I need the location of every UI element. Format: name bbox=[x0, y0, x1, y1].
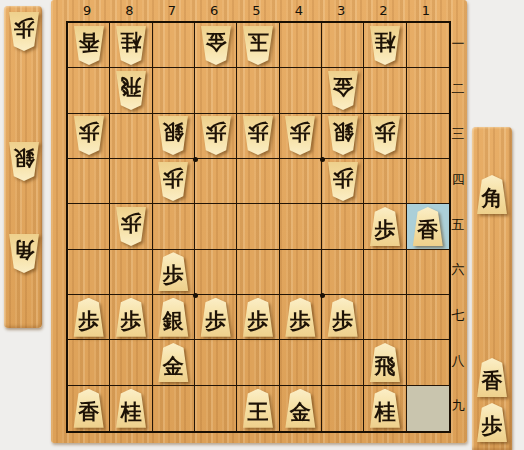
piece-kanji: 香 bbox=[78, 32, 99, 59]
piece-kanji: 歩 bbox=[14, 18, 35, 45]
piece-kanji: 歩 bbox=[374, 213, 395, 240]
piece-kanji: 金 bbox=[290, 395, 311, 422]
piece-kanji: 飛 bbox=[120, 77, 141, 104]
sente-pawn-87[interactable]: 歩 bbox=[114, 298, 148, 337]
square-6-1[interactable]: 金 bbox=[195, 23, 237, 68]
piece-kanji: 歩 bbox=[163, 258, 184, 285]
sente-rook-28[interactable]: 飛 bbox=[368, 343, 402, 382]
piece-body: 歩 bbox=[241, 298, 275, 337]
rank-label-7: 七 bbox=[449, 293, 467, 338]
square-4-7[interactable]: 歩 bbox=[280, 295, 322, 340]
piece-body: 銀 bbox=[326, 116, 360, 155]
square-5-9[interactable]: 王 bbox=[237, 386, 279, 431]
sente-silver-77[interactable]: 銀 bbox=[156, 298, 190, 337]
piece-kanji: 玉 bbox=[247, 32, 268, 59]
square-8-8[interactable] bbox=[110, 340, 152, 385]
piece-body: 香 bbox=[72, 389, 106, 428]
piece-body: 金 bbox=[199, 26, 233, 65]
square-2-9[interactable]: 桂 bbox=[364, 386, 406, 431]
square-6-5[interactable] bbox=[195, 204, 237, 249]
gote-knight-81[interactable]: 桂 bbox=[114, 26, 148, 65]
file-label-7: 7 bbox=[151, 1, 193, 19]
piece-body: 金 bbox=[283, 389, 317, 428]
piece-body: 歩 bbox=[156, 162, 190, 201]
gote-gold-61[interactable]: 金 bbox=[199, 26, 233, 65]
square-9-6[interactable] bbox=[68, 250, 110, 295]
piece-body: 歩 bbox=[326, 298, 360, 337]
piece-body: 飛 bbox=[114, 71, 148, 110]
square-6-6[interactable] bbox=[195, 250, 237, 295]
piece-kanji: 金 bbox=[163, 349, 184, 376]
piece-kanji: 歩 bbox=[332, 304, 353, 331]
square-4-4[interactable] bbox=[280, 159, 322, 204]
piece-kanji: 角 bbox=[482, 181, 503, 208]
piece-body: 香 bbox=[72, 26, 106, 65]
square-2-2[interactable] bbox=[364, 68, 406, 113]
square-9-5[interactable] bbox=[68, 204, 110, 249]
square-6-8[interactable] bbox=[195, 340, 237, 385]
piece-body: 歩 bbox=[326, 162, 360, 201]
sente-gold-78[interactable]: 金 bbox=[156, 343, 190, 382]
square-7-4[interactable]: 歩 bbox=[153, 159, 195, 204]
piece-body: 王 bbox=[241, 389, 275, 428]
square-7-6[interactable]: 歩 bbox=[153, 250, 195, 295]
piece-body: 銀 bbox=[156, 298, 190, 337]
square-7-5[interactable] bbox=[153, 204, 195, 249]
square-3-9[interactable] bbox=[322, 386, 364, 431]
piece-body: 桂 bbox=[114, 26, 148, 65]
square-7-1[interactable] bbox=[153, 23, 195, 68]
piece-kanji: 香 bbox=[417, 213, 438, 240]
square-3-2[interactable]: 金 bbox=[322, 68, 364, 113]
sente-hand-bishop[interactable]: 角 bbox=[475, 175, 509, 214]
square-9-3[interactable]: 歩 bbox=[68, 114, 110, 159]
gote-pawn-85[interactable]: 歩 bbox=[114, 207, 148, 246]
piece-kanji: 銀 bbox=[163, 122, 184, 149]
square-4-6[interactable] bbox=[280, 250, 322, 295]
piece-body: 歩 bbox=[199, 298, 233, 337]
sente-lance-99[interactable]: 香 bbox=[72, 389, 106, 428]
piece-body: 金 bbox=[326, 71, 360, 110]
square-5-8[interactable] bbox=[237, 340, 279, 385]
gote-gold-32[interactable]: 金 bbox=[326, 71, 360, 110]
piece-body: 歩 bbox=[283, 116, 317, 155]
square-5-3[interactable]: 歩 bbox=[237, 114, 279, 159]
piece-kanji: 飛 bbox=[374, 349, 395, 376]
piece-kanji: 桂 bbox=[374, 395, 395, 422]
square-5-5[interactable] bbox=[237, 204, 279, 249]
sente-pawn-76[interactable]: 歩 bbox=[156, 252, 190, 291]
square-3-8[interactable] bbox=[322, 340, 364, 385]
piece-kanji: 歩 bbox=[205, 304, 226, 331]
square-7-7[interactable]: 銀 bbox=[153, 295, 195, 340]
sente-king-59[interactable]: 王 bbox=[241, 389, 275, 428]
square-4-9[interactable]: 金 bbox=[280, 386, 322, 431]
piece-body: 歩 bbox=[241, 116, 275, 155]
sente-pawn-67[interactable]: 歩 bbox=[199, 298, 233, 337]
gote-silver-73[interactable]: 銀 bbox=[156, 116, 190, 155]
square-8-1[interactable]: 桂 bbox=[110, 23, 152, 68]
gote-hand-bishop[interactable]: 角 bbox=[7, 234, 41, 273]
gote-pawn-53[interactable]: 歩 bbox=[241, 116, 275, 155]
square-1-8[interactable] bbox=[407, 340, 449, 385]
square-2-7[interactable] bbox=[364, 295, 406, 340]
file-coordinate-labels: 987654321 bbox=[66, 1, 447, 19]
square-9-8[interactable] bbox=[68, 340, 110, 385]
piece-kanji: 角 bbox=[14, 240, 35, 267]
square-9-1[interactable]: 香 bbox=[68, 23, 110, 68]
sente-pawn-47[interactable]: 歩 bbox=[283, 298, 317, 337]
square-5-2[interactable] bbox=[237, 68, 279, 113]
piece-kanji: 歩 bbox=[247, 304, 268, 331]
square-2-4[interactable] bbox=[364, 159, 406, 204]
square-4-3[interactable]: 歩 bbox=[280, 114, 322, 159]
square-8-7[interactable]: 歩 bbox=[110, 295, 152, 340]
piece-body: 歩 bbox=[475, 403, 509, 442]
piece-kanji: 金 bbox=[205, 32, 226, 59]
square-4-1[interactable] bbox=[280, 23, 322, 68]
shogi-app: 歩銀角 987654321 香桂金玉桂飛金歩銀歩歩歩銀歩歩歩歩歩香歩歩歩銀歩歩歩… bbox=[0, 0, 524, 450]
gote-pawn-23[interactable]: 歩 bbox=[368, 116, 402, 155]
piece-kanji: 歩 bbox=[332, 168, 353, 195]
gote-king-51[interactable]: 玉 bbox=[241, 26, 275, 65]
square-7-9[interactable] bbox=[153, 386, 195, 431]
gote-pawn-34[interactable]: 歩 bbox=[326, 162, 360, 201]
piece-kanji: 桂 bbox=[374, 32, 395, 59]
rank-label-1: 一 bbox=[449, 21, 467, 66]
piece-kanji: 桂 bbox=[120, 32, 141, 59]
rank-label-2: 二 bbox=[449, 66, 467, 111]
file-label-9: 9 bbox=[66, 1, 108, 19]
square-9-2[interactable] bbox=[68, 68, 110, 113]
gote-pawn-43[interactable]: 歩 bbox=[283, 116, 317, 155]
piece-kanji: 歩 bbox=[290, 304, 311, 331]
piece-kanji: 銀 bbox=[14, 148, 35, 175]
sente-gold-49[interactable]: 金 bbox=[283, 389, 317, 428]
piece-body: 歩 bbox=[72, 298, 106, 337]
piece-body: 角 bbox=[7, 234, 41, 273]
piece-body: 銀 bbox=[7, 142, 41, 181]
square-6-2[interactable] bbox=[195, 68, 237, 113]
gote-hand-silver[interactable]: 銀 bbox=[7, 142, 41, 181]
square-8-2[interactable]: 飛 bbox=[110, 68, 152, 113]
piece-kanji: 歩 bbox=[120, 213, 141, 240]
gote-lance-91[interactable]: 香 bbox=[72, 26, 106, 65]
square-2-3[interactable]: 歩 bbox=[364, 114, 406, 159]
square-9-4[interactable] bbox=[68, 159, 110, 204]
piece-kanji: 歩 bbox=[247, 122, 268, 149]
piece-kanji: 歩 bbox=[205, 122, 226, 149]
square-1-3[interactable] bbox=[407, 114, 449, 159]
gote-hand-stand: 歩銀角 bbox=[4, 6, 42, 328]
piece-kanji: 金 bbox=[332, 77, 353, 104]
sente-lance-15[interactable]: 香 bbox=[411, 207, 445, 246]
square-8-5[interactable]: 歩 bbox=[110, 204, 152, 249]
rank-label-5: 五 bbox=[449, 202, 467, 247]
gote-pawn-93[interactable]: 歩 bbox=[72, 116, 106, 155]
file-label-5: 5 bbox=[235, 1, 277, 19]
star-point bbox=[320, 157, 325, 162]
rank-label-4: 四 bbox=[449, 157, 467, 202]
square-2-8[interactable]: 飛 bbox=[364, 340, 406, 385]
piece-body: 桂 bbox=[368, 26, 402, 65]
piece-body: 金 bbox=[156, 343, 190, 382]
rank-label-9: 九 bbox=[449, 384, 467, 429]
sente-pawn-25[interactable]: 歩 bbox=[368, 207, 402, 246]
piece-body: 桂 bbox=[114, 389, 148, 428]
piece-body: 歩 bbox=[283, 298, 317, 337]
sente-pawn-57[interactable]: 歩 bbox=[241, 298, 275, 337]
square-5-7[interactable]: 歩 bbox=[237, 295, 279, 340]
square-6-3[interactable]: 歩 bbox=[195, 114, 237, 159]
square-1-5[interactable]: 香 bbox=[407, 204, 449, 249]
piece-body: 歩 bbox=[114, 298, 148, 337]
square-7-2[interactable] bbox=[153, 68, 195, 113]
square-7-3[interactable]: 銀 bbox=[153, 114, 195, 159]
board-grid: 香桂金玉桂飛金歩銀歩歩歩銀歩歩歩歩歩香歩歩歩銀歩歩歩歩金飛香桂王金桂 bbox=[66, 21, 451, 433]
square-5-6[interactable] bbox=[237, 250, 279, 295]
square-6-9[interactable] bbox=[195, 386, 237, 431]
gote-pawn-63[interactable]: 歩 bbox=[199, 116, 233, 155]
file-label-8: 8 bbox=[108, 1, 150, 19]
gote-hand-pawn[interactable]: 歩 bbox=[7, 12, 41, 51]
square-7-8[interactable]: 金 bbox=[153, 340, 195, 385]
square-8-3[interactable] bbox=[110, 114, 152, 159]
piece-body: 歩 bbox=[72, 116, 106, 155]
rank-label-6: 六 bbox=[449, 248, 467, 293]
shogi-board-panel: 987654321 香桂金玉桂飛金歩銀歩歩歩銀歩歩歩歩歩香歩歩歩銀歩歩歩歩金飛香… bbox=[51, 0, 467, 443]
rank-coordinate-labels: 一二三四五六七八九 bbox=[449, 21, 467, 429]
piece-kanji: 歩 bbox=[78, 122, 99, 149]
square-2-5[interactable]: 歩 bbox=[364, 204, 406, 249]
piece-body: 飛 bbox=[368, 343, 402, 382]
sente-pawn-97[interactable]: 歩 bbox=[72, 298, 106, 337]
piece-body: 桂 bbox=[368, 389, 402, 428]
square-4-5[interactable] bbox=[280, 204, 322, 249]
piece-kanji: 桂 bbox=[120, 395, 141, 422]
square-1-9[interactable] bbox=[407, 386, 449, 431]
square-1-4[interactable] bbox=[407, 159, 449, 204]
piece-body: 香 bbox=[411, 207, 445, 246]
piece-kanji: 香 bbox=[482, 364, 503, 391]
piece-body: 歩 bbox=[114, 207, 148, 246]
square-1-6[interactable] bbox=[407, 250, 449, 295]
piece-body: 銀 bbox=[156, 116, 190, 155]
piece-body: 歩 bbox=[7, 12, 41, 51]
sente-knight-89[interactable]: 桂 bbox=[114, 389, 148, 428]
square-8-4[interactable] bbox=[110, 159, 152, 204]
square-9-7[interactable]: 歩 bbox=[68, 295, 110, 340]
square-6-7[interactable]: 歩 bbox=[195, 295, 237, 340]
gote-rook-82[interactable]: 飛 bbox=[114, 71, 148, 110]
file-label-6: 6 bbox=[193, 1, 235, 19]
gote-knight-21[interactable]: 桂 bbox=[368, 26, 402, 65]
piece-kanji: 歩 bbox=[482, 409, 503, 436]
sente-hand-pawn[interactable]: 歩 bbox=[475, 403, 509, 442]
square-2-1[interactable]: 桂 bbox=[364, 23, 406, 68]
gote-pawn-74[interactable]: 歩 bbox=[156, 162, 190, 201]
piece-body: 歩 bbox=[368, 116, 402, 155]
square-5-4[interactable] bbox=[237, 159, 279, 204]
rank-label-8: 八 bbox=[449, 338, 467, 383]
star-point bbox=[320, 293, 325, 298]
piece-body: 歩 bbox=[156, 252, 190, 291]
piece-kanji: 歩 bbox=[163, 168, 184, 195]
piece-body: 角 bbox=[475, 175, 509, 214]
piece-body: 歩 bbox=[199, 116, 233, 155]
square-5-1[interactable]: 玉 bbox=[237, 23, 279, 68]
star-point bbox=[193, 157, 198, 162]
file-label-1: 1 bbox=[405, 1, 447, 19]
square-2-6[interactable] bbox=[364, 250, 406, 295]
square-1-2[interactable] bbox=[407, 68, 449, 113]
square-3-4[interactable]: 歩 bbox=[322, 159, 364, 204]
square-8-9[interactable]: 桂 bbox=[110, 386, 152, 431]
piece-kanji: 銀 bbox=[332, 122, 353, 149]
sente-hand-stand: 角香歩 bbox=[472, 127, 512, 450]
piece-body: 歩 bbox=[368, 207, 402, 246]
piece-body: 香 bbox=[475, 358, 509, 397]
square-4-2[interactable] bbox=[280, 68, 322, 113]
square-3-5[interactable] bbox=[322, 204, 364, 249]
square-1-7[interactable] bbox=[407, 295, 449, 340]
square-4-8[interactable] bbox=[280, 340, 322, 385]
sente-hand-lance[interactable]: 香 bbox=[475, 358, 509, 397]
piece-kanji: 銀 bbox=[163, 304, 184, 331]
square-3-7[interactable]: 歩 bbox=[322, 295, 364, 340]
piece-kanji: 歩 bbox=[78, 304, 99, 331]
file-label-4: 4 bbox=[278, 1, 320, 19]
square-8-6[interactable] bbox=[110, 250, 152, 295]
gote-silver-33[interactable]: 銀 bbox=[326, 116, 360, 155]
sente-pawn-37[interactable]: 歩 bbox=[326, 298, 360, 337]
square-6-4[interactable] bbox=[195, 159, 237, 204]
piece-kanji: 王 bbox=[247, 395, 268, 422]
piece-body: 玉 bbox=[241, 26, 275, 65]
sente-knight-29[interactable]: 桂 bbox=[368, 389, 402, 428]
square-1-1[interactable] bbox=[407, 23, 449, 68]
square-3-3[interactable]: 銀 bbox=[322, 114, 364, 159]
rank-label-3: 三 bbox=[449, 112, 467, 157]
star-point bbox=[193, 293, 198, 298]
piece-kanji: 歩 bbox=[374, 122, 395, 149]
square-3-1[interactable] bbox=[322, 23, 364, 68]
piece-kanji: 香 bbox=[78, 395, 99, 422]
piece-kanji: 歩 bbox=[290, 122, 311, 149]
square-9-9[interactable]: 香 bbox=[68, 386, 110, 431]
file-label-2: 2 bbox=[362, 1, 404, 19]
file-label-3: 3 bbox=[320, 1, 362, 19]
square-3-6[interactable] bbox=[322, 250, 364, 295]
piece-kanji: 歩 bbox=[120, 304, 141, 331]
